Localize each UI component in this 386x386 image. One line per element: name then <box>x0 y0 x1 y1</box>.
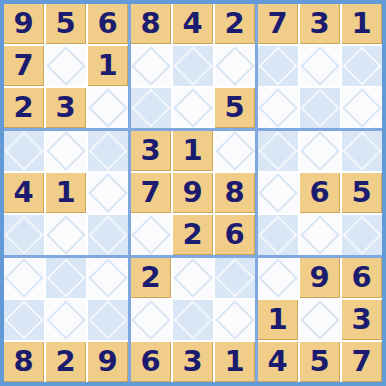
diamond-icon <box>46 46 86 86</box>
cell-r4c1[interactable] <box>4 131 44 171</box>
cell-r7c7[interactable] <box>258 258 298 298</box>
cell-r1c1: 9 <box>4 4 44 44</box>
cell-r7c1[interactable] <box>4 258 44 298</box>
diamond-icon <box>131 88 171 128</box>
diamond-icon <box>131 300 171 340</box>
given-digit: 7 <box>351 347 371 376</box>
cell-r2c9[interactable] <box>342 46 382 86</box>
cell-r6c5: 2 <box>173 215 213 255</box>
diamond-icon <box>342 88 382 128</box>
cell-r6c1[interactable] <box>4 215 44 255</box>
cell-r5c3[interactable] <box>88 173 128 213</box>
given-digit: 3 <box>55 93 75 122</box>
cell-r9c8: 5 <box>300 342 340 382</box>
cell-r5c7[interactable] <box>258 173 298 213</box>
cell-r6c8[interactable] <box>300 215 340 255</box>
cell-r4c6[interactable] <box>215 131 255 171</box>
cell-r5c4: 7 <box>131 173 171 213</box>
diamond-icon <box>258 46 298 86</box>
box-1-3: 731 <box>258 4 382 128</box>
box-3-2: 2631 <box>131 258 255 382</box>
cell-r5c9: 5 <box>342 173 382 213</box>
box-3-1: 829 <box>4 258 128 382</box>
cell-r9c4: 6 <box>131 342 171 382</box>
cell-r2c8[interactable] <box>300 46 340 86</box>
cell-r9c6: 1 <box>215 342 255 382</box>
cell-r4c2[interactable] <box>46 131 86 171</box>
cell-r7c4: 2 <box>131 258 171 298</box>
cell-r7c9: 6 <box>342 258 382 298</box>
diamond-icon <box>342 131 382 171</box>
diamond-icon <box>131 46 171 86</box>
given-digit: 7 <box>13 51 33 80</box>
given-digit: 4 <box>13 178 33 207</box>
given-digit: 9 <box>97 347 117 376</box>
diamond-icon <box>258 173 298 213</box>
cell-r9c5: 3 <box>173 342 213 382</box>
cell-r2c1: 7 <box>4 46 44 86</box>
cell-r1c9: 1 <box>342 4 382 44</box>
diamond-icon <box>46 258 86 298</box>
given-digit: 5 <box>351 178 371 207</box>
diamond-icon <box>173 46 213 86</box>
diamond-icon <box>300 46 340 86</box>
given-digit: 1 <box>351 9 371 38</box>
cell-r5c5: 9 <box>173 173 213 213</box>
diamond-icon <box>258 215 298 255</box>
diamond-icon <box>173 300 213 340</box>
diamond-icon <box>4 131 44 171</box>
cell-r9c2: 2 <box>46 342 86 382</box>
diamond-icon <box>4 300 44 340</box>
board-grid: 956712384257314131798266582926319613457 <box>4 4 382 382</box>
cell-r6c7[interactable] <box>258 215 298 255</box>
given-digit: 1 <box>55 178 75 207</box>
given-digit: 4 <box>182 9 202 38</box>
cell-r3c5[interactable] <box>173 88 213 128</box>
cell-r4c5: 1 <box>173 131 213 171</box>
given-digit: 1 <box>97 51 117 80</box>
cell-r9c1: 8 <box>4 342 44 382</box>
given-digit: 1 <box>224 347 244 376</box>
cell-r3c1: 2 <box>4 88 44 128</box>
given-digit: 1 <box>267 305 287 334</box>
cell-r4c9[interactable] <box>342 131 382 171</box>
diamond-icon <box>300 215 340 255</box>
cell-r3c8[interactable] <box>300 88 340 128</box>
cell-r3c4[interactable] <box>131 88 171 128</box>
diamond-icon <box>4 215 44 255</box>
diamond-icon <box>46 215 86 255</box>
diamond-icon <box>46 300 86 340</box>
cell-r2c2[interactable] <box>46 46 86 86</box>
given-digit: 3 <box>309 9 329 38</box>
cell-r5c2: 1 <box>46 173 86 213</box>
diamond-icon <box>342 46 382 86</box>
cell-r9c3: 9 <box>88 342 128 382</box>
diamond-icon <box>215 258 255 298</box>
diamond-icon <box>88 215 128 255</box>
given-digit: 3 <box>140 136 160 165</box>
cell-r2c5[interactable] <box>173 46 213 86</box>
diamond-icon <box>342 215 382 255</box>
given-digit: 2 <box>55 347 75 376</box>
given-digit: 6 <box>309 178 329 207</box>
cell-r3c6: 5 <box>215 88 255 128</box>
cell-r3c2: 3 <box>46 88 86 128</box>
cell-r5c8: 6 <box>300 173 340 213</box>
cell-r8c2[interactable] <box>46 300 86 340</box>
given-digit: 2 <box>182 220 202 249</box>
diamond-icon <box>4 258 44 298</box>
cell-r3c3[interactable] <box>88 88 128 128</box>
cell-r6c4[interactable] <box>131 215 171 255</box>
given-digit: 5 <box>224 93 244 122</box>
given-digit: 9 <box>309 263 329 292</box>
given-digit: 3 <box>182 347 202 376</box>
given-digit: 5 <box>55 9 75 38</box>
diamond-icon <box>215 46 255 86</box>
cell-r1c8: 3 <box>300 4 340 44</box>
box-1-2: 8425 <box>131 4 255 128</box>
cell-r1c3: 6 <box>88 4 128 44</box>
diamond-icon <box>300 131 340 171</box>
cell-r8c6[interactable] <box>215 300 255 340</box>
diamond-icon <box>88 88 128 128</box>
diamond-icon <box>300 88 340 128</box>
given-digit: 7 <box>140 178 160 207</box>
cell-r3c7[interactable] <box>258 88 298 128</box>
cell-r7c8: 9 <box>300 258 340 298</box>
given-digit: 9 <box>182 178 202 207</box>
diamond-icon <box>173 88 213 128</box>
cell-r6c9[interactable] <box>342 215 382 255</box>
given-digit: 2 <box>224 9 244 38</box>
given-digit: 8 <box>140 9 160 38</box>
cell-r1c6: 2 <box>215 4 255 44</box>
given-digit: 8 <box>13 347 33 376</box>
given-digit: 6 <box>97 9 117 38</box>
cell-r2c7[interactable] <box>258 46 298 86</box>
cell-r2c4[interactable] <box>131 46 171 86</box>
cell-r4c8[interactable] <box>300 131 340 171</box>
cell-r6c3[interactable] <box>88 215 128 255</box>
box-2-1: 41 <box>4 131 128 255</box>
cell-r9c7: 4 <box>258 342 298 382</box>
cell-r1c2: 5 <box>46 4 86 44</box>
given-digit: 8 <box>224 178 244 207</box>
cell-r7c2[interactable] <box>46 258 86 298</box>
cell-r4c7[interactable] <box>258 131 298 171</box>
box-3-3: 9613457 <box>258 258 382 382</box>
given-digit: 6 <box>140 347 160 376</box>
sudoku-board: 956712384257314131798266582926319613457 <box>0 0 386 386</box>
cell-r8c4[interactable] <box>131 300 171 340</box>
cell-r4c3[interactable] <box>88 131 128 171</box>
given-digit: 9 <box>13 9 33 38</box>
cell-r7c5[interactable] <box>173 258 213 298</box>
diamond-icon <box>88 131 128 171</box>
cell-r8c3[interactable] <box>88 300 128 340</box>
given-digit: 3 <box>351 305 371 334</box>
cell-r7c6[interactable] <box>215 258 255 298</box>
given-digit: 7 <box>267 9 287 38</box>
diamond-icon <box>88 300 128 340</box>
diamond-icon <box>300 300 340 340</box>
diamond-icon <box>215 131 255 171</box>
cell-r8c1[interactable] <box>4 300 44 340</box>
diamond-icon <box>258 88 298 128</box>
cell-r6c6: 6 <box>215 215 255 255</box>
box-2-2: 3179826 <box>131 131 255 255</box>
cell-r7c3[interactable] <box>88 258 128 298</box>
given-digit: 2 <box>13 93 33 122</box>
cell-r1c7: 7 <box>258 4 298 44</box>
diamond-icon <box>173 258 213 298</box>
cell-r2c3: 1 <box>88 46 128 86</box>
given-digit: 2 <box>140 263 160 292</box>
diamond-icon <box>258 131 298 171</box>
cell-r8c5[interactable] <box>173 300 213 340</box>
cell-r2c6[interactable] <box>215 46 255 86</box>
cell-r1c5: 4 <box>173 4 213 44</box>
diamond-icon <box>46 131 86 171</box>
cell-r8c8[interactable] <box>300 300 340 340</box>
diamond-icon <box>258 258 298 298</box>
given-digit: 4 <box>267 347 287 376</box>
cell-r1c4: 8 <box>131 4 171 44</box>
cell-r5c1: 4 <box>4 173 44 213</box>
box-1-1: 9567123 <box>4 4 128 128</box>
diamond-icon <box>88 258 128 298</box>
cell-r8c9: 3 <box>342 300 382 340</box>
cell-r4c4: 3 <box>131 131 171 171</box>
given-digit: 6 <box>224 220 244 249</box>
box-2-3: 65 <box>258 131 382 255</box>
given-digit: 6 <box>351 263 371 292</box>
cell-r6c2[interactable] <box>46 215 86 255</box>
diamond-icon <box>215 300 255 340</box>
cell-r8c7: 1 <box>258 300 298 340</box>
diamond-icon <box>131 215 171 255</box>
cell-r9c9: 7 <box>342 342 382 382</box>
diamond-icon <box>88 173 128 213</box>
cell-r3c9[interactable] <box>342 88 382 128</box>
cell-r5c6: 8 <box>215 173 255 213</box>
given-digit: 1 <box>182 136 202 165</box>
given-digit: 5 <box>309 347 329 376</box>
